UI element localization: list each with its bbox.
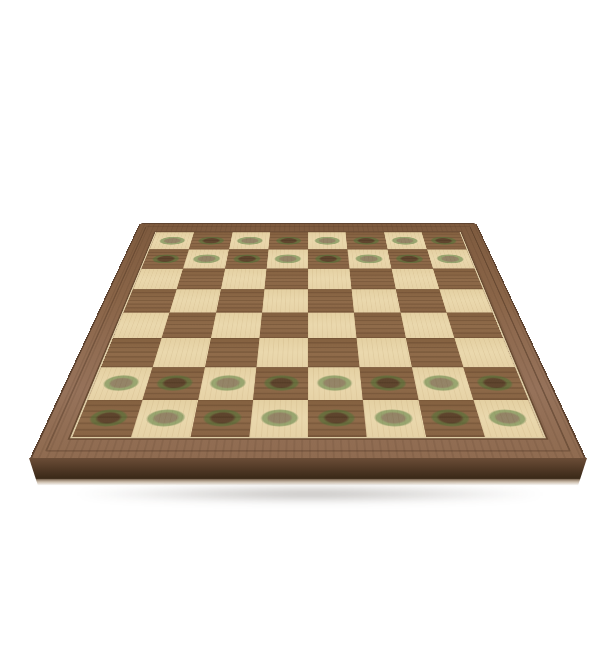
square-g7: ♟ <box>387 250 432 269</box>
board-shadow <box>70 486 550 502</box>
black-pawn-icon: ♟ <box>144 214 188 263</box>
black-pawn-icon: ♟ <box>347 214 391 263</box>
square-d6 <box>264 268 308 289</box>
black-pawn-icon: ♟ <box>306 214 350 263</box>
square-c5 <box>216 289 264 312</box>
square-e5 <box>308 289 354 312</box>
square-h1: ♜ <box>473 400 543 437</box>
square-g5 <box>395 289 446 312</box>
square-a5 <box>124 289 177 312</box>
white-rook-icon: ♜ <box>475 351 540 424</box>
square-g6 <box>391 268 439 289</box>
square-a6 <box>133 268 183 289</box>
black-pawn-icon: ♟ <box>387 214 431 263</box>
board-front-edge <box>29 458 587 488</box>
black-pawn-icon: ♟ <box>225 214 269 263</box>
square-e7: ♟ <box>308 250 350 269</box>
square-f6 <box>350 268 396 289</box>
square-c7: ♟ <box>225 250 269 269</box>
square-b5 <box>170 289 221 312</box>
square-d5 <box>262 289 308 312</box>
square-d7: ♟ <box>266 250 308 269</box>
black-pawn-icon: ♟ <box>266 214 310 263</box>
black-pawn-icon: ♟ <box>184 214 228 263</box>
square-f7: ♟ <box>348 250 392 269</box>
chess-set-photo: ♜♞♝♛♚♝♞♜♟♟♟♟♟♟♟♟♟♟♟♟♟♟♟♟♜♞♝♛♚♝♞♜ <box>0 0 600 659</box>
square-c6 <box>221 268 267 289</box>
square-b7: ♟ <box>183 250 228 269</box>
square-b6 <box>177 268 225 289</box>
board-grid: ♜♞♝♛♚♝♞♜♟♟♟♟♟♟♟♟♟♟♟♟♟♟♟♟♜♞♝♛♚♝♞♜ <box>72 232 543 437</box>
square-f5 <box>352 289 400 312</box>
square-h7: ♟ <box>427 250 474 269</box>
square-e6 <box>308 268 352 289</box>
chess-board: ♜♞♝♛♚♝♞♜♟♟♟♟♟♟♟♟♟♟♟♟♟♟♟♟♜♞♝♛♚♝♞♜ <box>29 223 587 460</box>
square-h5 <box>439 289 492 312</box>
square-h6 <box>433 268 483 289</box>
square-a7: ♟ <box>142 250 189 269</box>
black-pawn-icon: ♟ <box>428 214 472 263</box>
board-scene: ♜♞♝♛♚♝♞♜♟♟♟♟♟♟♟♟♟♟♟♟♟♟♟♟♜♞♝♛♚♝♞♜ <box>0 0 600 659</box>
board-playing-area: ♜♞♝♛♚♝♞♜♟♟♟♟♟♟♟♟♟♟♟♟♟♟♟♟♜♞♝♛♚♝♞♜ <box>72 232 543 437</box>
